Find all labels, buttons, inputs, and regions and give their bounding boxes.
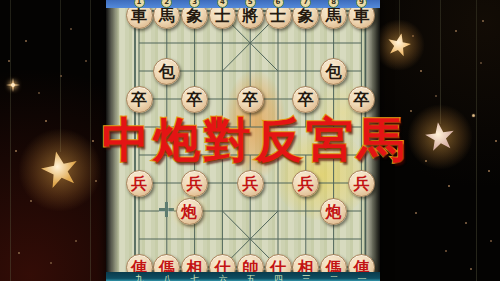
file-label-bottom-九: 九	[135, 275, 144, 281]
piece-卒-black[interactable]: 卒	[237, 86, 264, 113]
piece-炮-red-moving[interactable]: 炮	[176, 198, 203, 225]
file-label-bottom-四: 四	[274, 275, 283, 281]
piece-包-black[interactable]: 包	[320, 58, 347, 85]
file-label-bottom-二: 二	[330, 275, 339, 281]
piece-炮-red[interactable]: 炮	[320, 198, 347, 225]
piece-卒-black[interactable]: 卒	[126, 86, 153, 113]
piece-卒-black[interactable]: 卒	[292, 86, 319, 113]
board-left-shadow	[106, 0, 120, 281]
file-number-strip-bottom: 九八七六五四三二一	[106, 272, 380, 281]
piece-卒-black[interactable]: 卒	[348, 86, 375, 113]
file-label-bottom-八: 八	[163, 275, 172, 281]
file-label-top-8: 8	[328, 0, 339, 8]
file-label-bottom-五: 五	[246, 275, 255, 281]
piece-兵-red[interactable]: 兵	[181, 170, 208, 197]
starfield-bright-dots	[0, 0, 3, 3]
file-label-top-1: 1	[134, 0, 145, 8]
gold-star-top-right-icon	[385, 31, 413, 59]
xiangqi-app-screen: 車馬象士將士象馬車包包卒卒卒卒卒兵兵兵兵兵炮炮俥傌相仕帥仕相傌俥 1234567…	[0, 0, 500, 281]
file-label-bottom-一: 一	[357, 275, 366, 281]
file-label-bottom-三: 三	[302, 275, 311, 281]
file-label-top-4: 4	[217, 0, 228, 8]
xiangqi-board[interactable]: 車馬象士將士象馬車包包卒卒卒卒卒兵兵兵兵兵炮炮俥傌相仕帥仕相傌俥 1234567…	[106, 0, 380, 281]
board-grid-lines	[106, 0, 380, 281]
piece-卒-black[interactable]: 卒	[181, 86, 208, 113]
file-label-top-5: 5	[245, 0, 256, 8]
hanging-string	[476, 0, 477, 281]
sparkle-star-icon	[6, 78, 20, 92]
last-move-origin-marker	[159, 202, 174, 217]
piece-兵-red[interactable]: 兵	[292, 170, 319, 197]
hanging-string	[10, 0, 11, 281]
file-label-top-2: 2	[161, 0, 172, 8]
file-label-top-6: 6	[273, 0, 284, 8]
board-right-shadow	[364, 0, 380, 281]
piece-兵-red[interactable]: 兵	[348, 170, 375, 197]
file-label-top-9: 9	[356, 0, 367, 8]
piece-兵-red[interactable]: 兵	[126, 170, 153, 197]
file-label-top-3: 3	[189, 0, 200, 8]
pale-star-right-icon	[423, 120, 457, 154]
gold-star-left-icon	[37, 147, 82, 192]
piece-兵-red[interactable]: 兵	[237, 170, 264, 197]
file-label-top-7: 7	[300, 0, 311, 8]
piece-包-black[interactable]: 包	[153, 58, 180, 85]
file-number-strip-top: 123456789	[106, 0, 380, 8]
file-label-bottom-七: 七	[191, 275, 200, 281]
file-label-bottom-六: 六	[218, 275, 227, 281]
